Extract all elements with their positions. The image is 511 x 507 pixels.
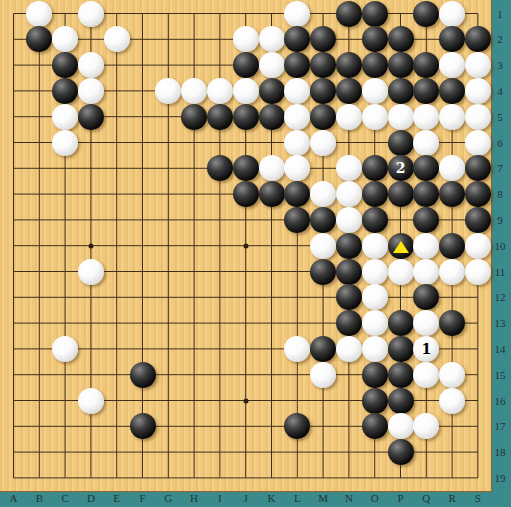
stone-black-P10[interactable] bbox=[388, 233, 414, 259]
stone-white-R15[interactable] bbox=[439, 362, 465, 388]
col-label-A: A bbox=[10, 492, 18, 504]
stone-white-P11[interactable] bbox=[388, 259, 414, 285]
stone-black-L2[interactable] bbox=[284, 26, 310, 52]
stone-black-P3[interactable] bbox=[388, 52, 414, 78]
stone-white-Q11[interactable] bbox=[413, 259, 439, 285]
col-label-F: F bbox=[139, 492, 145, 504]
row-label-16: 16 bbox=[495, 395, 506, 407]
stone-black-J5[interactable] bbox=[233, 104, 259, 130]
col-label-S: S bbox=[475, 492, 481, 504]
stone-black-R8[interactable] bbox=[439, 181, 465, 207]
col-label-K: K bbox=[268, 492, 276, 504]
stone-white-O4[interactable] bbox=[362, 78, 388, 104]
col-label-B: B bbox=[36, 492, 43, 504]
stone-white-O10[interactable] bbox=[362, 233, 388, 259]
col-label-P: P bbox=[397, 492, 403, 504]
col-label-D: D bbox=[87, 492, 95, 504]
stone-white-L5[interactable] bbox=[284, 104, 310, 130]
stone-black-O1[interactable] bbox=[362, 1, 388, 27]
stone-black-M2[interactable] bbox=[310, 26, 336, 52]
stone-black-C4[interactable] bbox=[52, 78, 78, 104]
stone-white-D16[interactable] bbox=[78, 388, 104, 414]
stone-black-P13[interactable] bbox=[388, 310, 414, 336]
stone-black-O9[interactable] bbox=[362, 207, 388, 233]
row-label-3: 3 bbox=[497, 59, 503, 71]
stone-black-P8[interactable] bbox=[388, 181, 414, 207]
stone-black-L17[interactable] bbox=[284, 413, 310, 439]
row-label-19: 19 bbox=[495, 472, 506, 484]
stone-white-N5[interactable] bbox=[336, 104, 362, 130]
col-label-N: N bbox=[345, 492, 353, 504]
stone-black-O8[interactable] bbox=[362, 181, 388, 207]
stone-black-F15[interactable] bbox=[130, 362, 156, 388]
stone-black-D5[interactable] bbox=[78, 104, 104, 130]
stone-white-Q10[interactable] bbox=[413, 233, 439, 259]
stone-white-S6[interactable] bbox=[465, 130, 491, 156]
stone-black-S2[interactable] bbox=[465, 26, 491, 52]
stone-white-J2[interactable] bbox=[233, 26, 259, 52]
stone-black-N4[interactable] bbox=[336, 78, 362, 104]
stone-black-S7[interactable] bbox=[465, 155, 491, 181]
stone-black-I7[interactable] bbox=[207, 155, 233, 181]
stone-black-Q12[interactable] bbox=[413, 284, 439, 310]
col-label-E: E bbox=[113, 492, 120, 504]
stone-black-L9[interactable] bbox=[284, 207, 310, 233]
stone-white-E2[interactable] bbox=[104, 26, 130, 52]
go-game-screen: 21 ABCDEFGHIJKLMNOPQRS 12345678910111213… bbox=[0, 0, 511, 507]
stone-black-P18[interactable] bbox=[388, 439, 414, 465]
stone-black-R13[interactable] bbox=[439, 310, 465, 336]
stone-black-O7[interactable] bbox=[362, 155, 388, 181]
stone-black-O2[interactable] bbox=[362, 26, 388, 52]
row-label-9: 9 bbox=[497, 214, 503, 226]
stone-white-Q13[interactable] bbox=[413, 310, 439, 336]
stone-white-O14[interactable] bbox=[362, 336, 388, 362]
stone-black-P16[interactable] bbox=[388, 388, 414, 414]
stone-white-S10[interactable] bbox=[465, 233, 491, 259]
stone-black-K5[interactable] bbox=[259, 104, 285, 130]
stone-white-L4[interactable] bbox=[284, 78, 310, 104]
stone-white-J4[interactable] bbox=[233, 78, 259, 104]
stone-black-P2[interactable] bbox=[388, 26, 414, 52]
stone-white-M6[interactable] bbox=[310, 130, 336, 156]
stone-black-M5[interactable] bbox=[310, 104, 336, 130]
stone-black-H5[interactable] bbox=[181, 104, 207, 130]
star-point bbox=[88, 243, 93, 248]
stone-white-K3[interactable] bbox=[259, 52, 285, 78]
col-label-L: L bbox=[294, 492, 301, 504]
stone-black-O15[interactable] bbox=[362, 362, 388, 388]
row-label-10: 10 bbox=[495, 240, 506, 252]
stone-white-I4[interactable] bbox=[207, 78, 233, 104]
stone-white-H4[interactable] bbox=[181, 78, 207, 104]
stone-black-J8[interactable] bbox=[233, 181, 259, 207]
stone-black-R10[interactable] bbox=[439, 233, 465, 259]
stone-white-O5[interactable] bbox=[362, 104, 388, 130]
stone-white-Q14[interactable] bbox=[413, 336, 439, 362]
row-label-6: 6 bbox=[497, 137, 503, 149]
stone-black-N10[interactable] bbox=[336, 233, 362, 259]
stone-black-N1[interactable] bbox=[336, 1, 362, 27]
stone-white-N14[interactable] bbox=[336, 336, 362, 362]
col-label-R: R bbox=[448, 492, 455, 504]
stone-white-S4[interactable] bbox=[465, 78, 491, 104]
stone-white-S11[interactable] bbox=[465, 259, 491, 285]
stone-black-O3[interactable] bbox=[362, 52, 388, 78]
stone-black-O17[interactable] bbox=[362, 413, 388, 439]
stone-white-Q15[interactable] bbox=[413, 362, 439, 388]
stone-white-S5[interactable] bbox=[465, 104, 491, 130]
stone-white-K2[interactable] bbox=[259, 26, 285, 52]
stone-white-M8[interactable] bbox=[310, 181, 336, 207]
stone-black-P7[interactable] bbox=[388, 155, 414, 181]
stone-white-P5[interactable] bbox=[388, 104, 414, 130]
stone-white-R1[interactable] bbox=[439, 1, 465, 27]
row-label-8: 8 bbox=[497, 188, 503, 200]
stone-white-L14[interactable] bbox=[284, 336, 310, 362]
stone-white-P17[interactable] bbox=[388, 413, 414, 439]
stone-white-C5[interactable] bbox=[52, 104, 78, 130]
stone-black-F17[interactable] bbox=[130, 413, 156, 439]
stone-black-O16[interactable] bbox=[362, 388, 388, 414]
col-label-O: O bbox=[371, 492, 379, 504]
col-label-G: G bbox=[164, 492, 172, 504]
stone-black-S9[interactable] bbox=[465, 207, 491, 233]
row-label-15: 15 bbox=[495, 369, 506, 381]
col-label-J: J bbox=[244, 492, 248, 504]
row-label-14: 14 bbox=[495, 343, 506, 355]
stone-black-R4[interactable] bbox=[439, 78, 465, 104]
stone-black-Q7[interactable] bbox=[413, 155, 439, 181]
stone-white-R11[interactable] bbox=[439, 259, 465, 285]
stone-white-N8[interactable] bbox=[336, 181, 362, 207]
stone-white-O11[interactable] bbox=[362, 259, 388, 285]
star-point bbox=[243, 398, 248, 403]
stone-white-R16[interactable] bbox=[439, 388, 465, 414]
stone-white-L6[interactable] bbox=[284, 130, 310, 156]
row-label-12: 12 bbox=[495, 291, 506, 303]
stone-white-C6[interactable] bbox=[52, 130, 78, 156]
stone-white-D3[interactable] bbox=[78, 52, 104, 78]
stone-white-C14[interactable] bbox=[52, 336, 78, 362]
col-label-Q: Q bbox=[422, 492, 430, 504]
row-label-4: 4 bbox=[497, 85, 503, 97]
stone-white-N7[interactable] bbox=[336, 155, 362, 181]
row-label-7: 7 bbox=[497, 162, 503, 174]
row-label-1: 1 bbox=[497, 8, 503, 20]
stone-black-N12[interactable] bbox=[336, 284, 362, 310]
stone-white-D4[interactable] bbox=[78, 78, 104, 104]
stone-white-Q6[interactable] bbox=[413, 130, 439, 156]
stone-black-N3[interactable] bbox=[336, 52, 362, 78]
stone-white-D1[interactable] bbox=[78, 1, 104, 27]
stone-white-L1[interactable] bbox=[284, 1, 310, 27]
stone-white-O13[interactable] bbox=[362, 310, 388, 336]
row-label-18: 18 bbox=[495, 446, 506, 458]
row-label-11: 11 bbox=[495, 266, 506, 278]
stone-black-Q9[interactable] bbox=[413, 207, 439, 233]
stone-black-M11[interactable] bbox=[310, 259, 336, 285]
stone-black-R2[interactable] bbox=[439, 26, 465, 52]
row-label-13: 13 bbox=[495, 317, 506, 329]
row-label-5: 5 bbox=[497, 111, 503, 123]
stone-black-K8[interactable] bbox=[259, 181, 285, 207]
stone-white-M10[interactable] bbox=[310, 233, 336, 259]
stone-black-Q1[interactable] bbox=[413, 1, 439, 27]
stone-black-J3[interactable] bbox=[233, 52, 259, 78]
stone-white-Q17[interactable] bbox=[413, 413, 439, 439]
col-label-M: M bbox=[318, 492, 328, 504]
stone-white-K7[interactable] bbox=[259, 155, 285, 181]
stone-black-B2[interactable] bbox=[26, 26, 52, 52]
stone-black-Q3[interactable] bbox=[413, 52, 439, 78]
stone-black-L8[interactable] bbox=[284, 181, 310, 207]
stone-black-P4[interactable] bbox=[388, 78, 414, 104]
stone-white-R3[interactable] bbox=[439, 52, 465, 78]
stone-black-P14[interactable] bbox=[388, 336, 414, 362]
stone-white-S3[interactable] bbox=[465, 52, 491, 78]
stone-black-P6[interactable] bbox=[388, 130, 414, 156]
stone-white-G4[interactable] bbox=[155, 78, 181, 104]
stone-black-M3[interactable] bbox=[310, 52, 336, 78]
stone-white-L7[interactable] bbox=[284, 155, 310, 181]
stone-white-C2[interactable] bbox=[52, 26, 78, 52]
stone-white-N9[interactable] bbox=[336, 207, 362, 233]
stone-white-R5[interactable] bbox=[439, 104, 465, 130]
col-label-I: I bbox=[218, 492, 222, 504]
col-label-C: C bbox=[61, 492, 68, 504]
col-label-H: H bbox=[190, 492, 198, 504]
stone-black-M14[interactable] bbox=[310, 336, 336, 362]
stone-black-I5[interactable] bbox=[207, 104, 233, 130]
stone-black-M4[interactable] bbox=[310, 78, 336, 104]
row-label-17: 17 bbox=[495, 420, 506, 432]
row-label-2: 2 bbox=[497, 33, 503, 45]
stone-white-Q5[interactable] bbox=[413, 104, 439, 130]
stone-black-Q8[interactable] bbox=[413, 181, 439, 207]
stone-black-L3[interactable] bbox=[284, 52, 310, 78]
stone-black-S8[interactable] bbox=[465, 181, 491, 207]
stone-black-C3[interactable] bbox=[52, 52, 78, 78]
stone-white-B1[interactable] bbox=[26, 1, 52, 27]
stone-black-P15[interactable] bbox=[388, 362, 414, 388]
stone-white-M15[interactable] bbox=[310, 362, 336, 388]
stone-black-N13[interactable] bbox=[336, 310, 362, 336]
stone-black-M9[interactable] bbox=[310, 207, 336, 233]
stone-black-K4[interactable] bbox=[259, 78, 285, 104]
stone-white-R7[interactable] bbox=[439, 155, 465, 181]
stone-black-N11[interactable] bbox=[336, 259, 362, 285]
stone-white-D11[interactable] bbox=[78, 259, 104, 285]
stone-black-J7[interactable] bbox=[233, 155, 259, 181]
stone-black-Q4[interactable] bbox=[413, 78, 439, 104]
stone-white-O12[interactable] bbox=[362, 284, 388, 310]
star-point bbox=[243, 243, 248, 248]
